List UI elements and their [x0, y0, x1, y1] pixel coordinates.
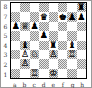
- square-g8[interactable]: [67, 3, 76, 12]
- square-b4[interactable]: ♝: [20, 41, 29, 50]
- rank-labels: 87654321: [1, 2, 10, 79]
- square-e2[interactable]: [49, 59, 58, 68]
- square-c5[interactable]: [30, 31, 39, 40]
- square-b1[interactable]: [20, 69, 29, 78]
- piece-white-king[interactable]: ♔: [49, 69, 57, 78]
- piece-white-queen[interactable]: ♕: [21, 22, 29, 31]
- square-a3[interactable]: [11, 50, 20, 59]
- square-h8[interactable]: ♜: [77, 3, 86, 12]
- square-a4[interactable]: [11, 41, 20, 50]
- square-h1[interactable]: [77, 69, 86, 78]
- piece-black-rook[interactable]: ♜: [49, 41, 57, 50]
- piece-black-pawn[interactable]: ♟: [77, 13, 85, 22]
- piece-black-king[interactable]: ♚: [59, 13, 67, 22]
- chess-diagram: 87654321 ♜♛♚♟♟♟♕♟♟♝♜♝♙♘♙♖♙♖♔ abcdefgh: [0, 0, 92, 88]
- square-e7[interactable]: [49, 12, 58, 21]
- piece-white-pawn[interactable]: ♙: [21, 59, 29, 68]
- square-e5[interactable]: [49, 31, 58, 40]
- rank-label-2: 2: [1, 60, 10, 70]
- square-a5[interactable]: [11, 31, 20, 40]
- square-f7[interactable]: ♚: [58, 12, 67, 21]
- square-b3[interactable]: ♙: [20, 50, 29, 59]
- file-label-b: b: [20, 80, 30, 88]
- square-c1[interactable]: ♖: [30, 69, 39, 78]
- piece-black-pawn[interactable]: ♟: [12, 22, 20, 31]
- file-labels: abcdefgh: [10, 80, 87, 88]
- piece-black-rook[interactable]: ♜: [77, 3, 85, 12]
- file-label-g: g: [68, 80, 78, 88]
- rank-label-6: 6: [1, 21, 10, 31]
- square-a8[interactable]: [11, 3, 20, 12]
- square-g7[interactable]: ♟: [67, 12, 76, 21]
- rank-label-1: 1: [1, 69, 10, 79]
- square-h4[interactable]: [77, 41, 86, 50]
- rank-label-5: 5: [1, 31, 10, 41]
- square-d2[interactable]: [39, 59, 48, 68]
- piece-black-bishop[interactable]: ♝: [21, 41, 29, 50]
- square-a6[interactable]: ♟: [11, 22, 20, 31]
- square-c6[interactable]: ♟: [30, 22, 39, 31]
- square-e8[interactable]: [49, 3, 58, 12]
- square-f4[interactable]: [58, 41, 67, 50]
- square-e1[interactable]: ♔: [49, 69, 58, 78]
- square-a1[interactable]: [11, 69, 20, 78]
- square-c7[interactable]: [30, 12, 39, 21]
- piece-black-pawn[interactable]: ♟: [30, 22, 38, 31]
- square-h2[interactable]: [77, 59, 86, 68]
- square-g1[interactable]: [67, 69, 76, 78]
- square-e6[interactable]: [49, 22, 58, 31]
- square-f2[interactable]: [58, 59, 67, 68]
- square-e3[interactable]: ♙: [49, 50, 58, 59]
- square-f3[interactable]: [58, 50, 67, 59]
- square-d6[interactable]: [39, 22, 48, 31]
- square-f1[interactable]: [58, 69, 67, 78]
- piece-black-pawn[interactable]: ♟: [68, 13, 76, 22]
- file-label-e: e: [49, 80, 59, 88]
- square-g6[interactable]: [67, 22, 76, 31]
- square-d4[interactable]: [39, 41, 48, 50]
- piece-black-queen[interactable]: ♛: [40, 13, 48, 22]
- square-c2[interactable]: [30, 59, 39, 68]
- square-f6[interactable]: [58, 22, 67, 31]
- square-c4[interactable]: [30, 41, 39, 50]
- square-g2[interactable]: [67, 59, 76, 68]
- square-g3[interactable]: ♖: [67, 50, 76, 59]
- square-e4[interactable]: ♜: [49, 41, 58, 50]
- square-h6[interactable]: [77, 22, 86, 31]
- square-b6[interactable]: ♕: [20, 22, 29, 31]
- piece-black-pawn[interactable]: ♟: [40, 31, 48, 40]
- square-h7[interactable]: ♟: [77, 12, 86, 21]
- file-label-h: h: [77, 80, 87, 88]
- piece-white-knight[interactable]: ♘: [30, 50, 38, 59]
- square-b2[interactable]: ♙: [20, 59, 29, 68]
- piece-white-pawn[interactable]: ♙: [49, 50, 57, 59]
- square-g4[interactable]: ♝: [67, 41, 76, 50]
- file-label-f: f: [58, 80, 68, 88]
- file-label-d: d: [39, 80, 49, 88]
- square-f5[interactable]: [58, 31, 67, 40]
- chess-board: ♜♛♚♟♟♟♕♟♟♝♜♝♙♘♙♖♙♖♔: [10, 2, 87, 79]
- file-label-a: a: [10, 80, 20, 88]
- square-d1[interactable]: [39, 69, 48, 78]
- square-b8[interactable]: [20, 3, 29, 12]
- square-f8[interactable]: [58, 3, 67, 12]
- piece-black-bishop[interactable]: ♝: [68, 41, 76, 50]
- square-c3[interactable]: ♘: [30, 50, 39, 59]
- square-a2[interactable]: [11, 59, 20, 68]
- square-d3[interactable]: [39, 50, 48, 59]
- piece-white-rook[interactable]: ♖: [68, 50, 76, 59]
- square-c8[interactable]: [30, 3, 39, 12]
- rank-label-8: 8: [1, 2, 10, 12]
- rank-label-4: 4: [1, 41, 10, 51]
- piece-white-pawn[interactable]: ♙: [21, 50, 29, 59]
- square-d7[interactable]: ♛: [39, 12, 48, 21]
- square-b7[interactable]: [20, 12, 29, 21]
- square-d5[interactable]: ♟: [39, 31, 48, 40]
- square-h5[interactable]: [77, 31, 86, 40]
- file-label-c: c: [29, 80, 39, 88]
- square-g5[interactable]: [67, 31, 76, 40]
- square-h3[interactable]: [77, 50, 86, 59]
- square-a7[interactable]: [11, 12, 20, 21]
- rank-label-3: 3: [1, 50, 10, 60]
- rank-label-7: 7: [1, 12, 10, 22]
- square-d8[interactable]: [39, 3, 48, 12]
- square-b5[interactable]: [20, 31, 29, 40]
- piece-white-rook[interactable]: ♖: [30, 69, 38, 78]
